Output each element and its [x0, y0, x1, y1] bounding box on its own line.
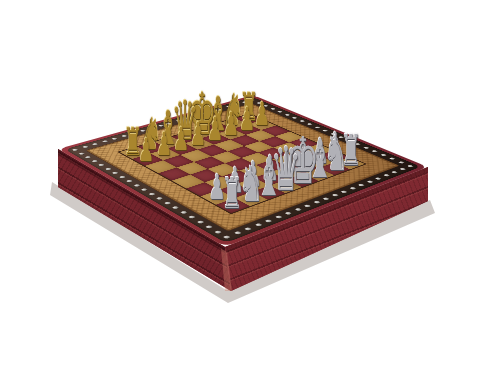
piece-black-pawn: ♟	[239, 103, 255, 135]
piece-black-pawn: ♟	[138, 134, 154, 166]
chess-set-product-photo: Brass and silver metal chess pieces set …	[0, 0, 480, 376]
piece-white-rook: ♜	[222, 172, 243, 215]
piece-black-pawn: ♟	[223, 108, 239, 140]
piece-black-pawn: ♟	[254, 98, 270, 130]
piece-black-pawn: ♟	[207, 113, 223, 145]
piece-black-pawn: ♟	[156, 128, 172, 160]
piece-black-pawn: ♟	[190, 118, 206, 150]
piece-black-pawn: ♟	[173, 123, 189, 155]
pieces-layer: ♜♞♟♝♟♚♟♛♟♝♟♞♟♜♟♟♟♟♜♟♞♟♝♟♚♟♛♟♝♟♞♜	[0, 0, 480, 376]
